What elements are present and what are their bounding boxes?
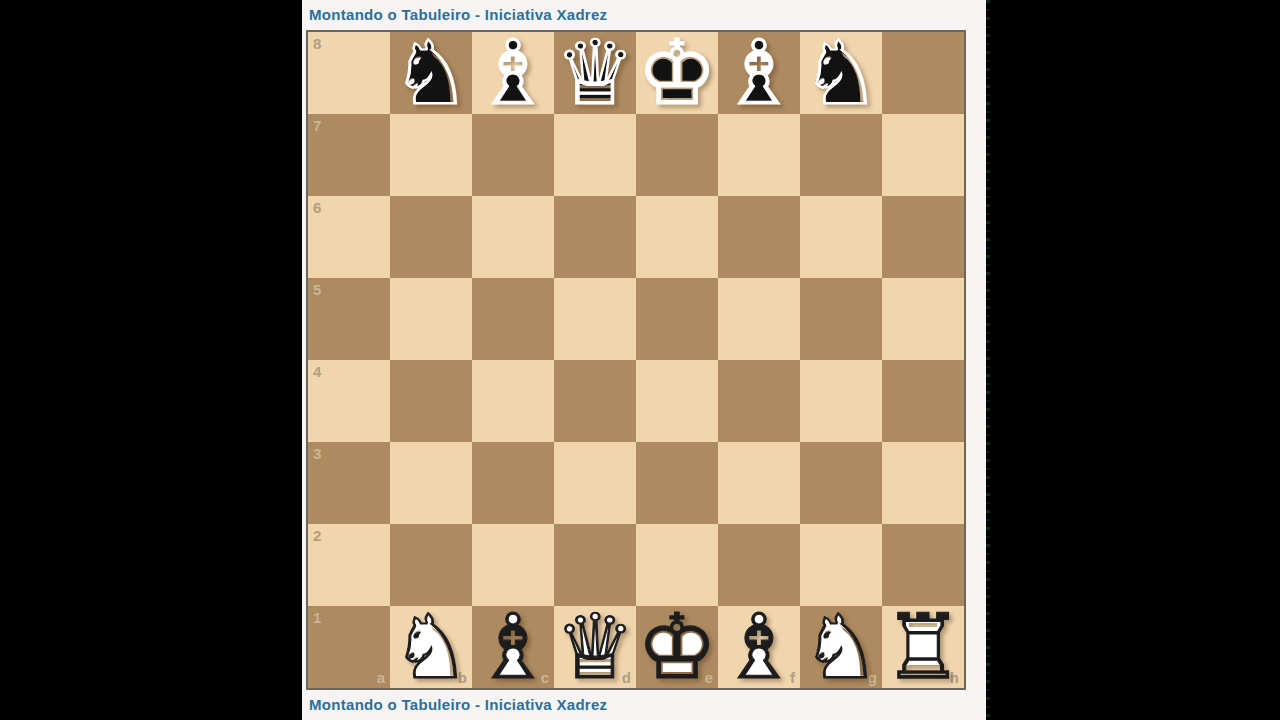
rank-label-5: 5 — [313, 282, 321, 297]
square-f1[interactable]: f♝♗ — [718, 606, 800, 688]
square-c4[interactable] — [472, 360, 554, 442]
rank-label-7: 7 — [313, 118, 321, 133]
square-d8[interactable]: ♛♕ — [554, 32, 636, 114]
square-e7[interactable] — [636, 114, 718, 196]
square-d1[interactable]: d♛♕ — [554, 606, 636, 688]
square-h7[interactable] — [882, 114, 964, 196]
piece-black-queen[interactable]: ♛♕ — [554, 32, 636, 114]
square-h5[interactable] — [882, 278, 964, 360]
piece-white-knight[interactable]: ♞♘ — [800, 606, 882, 688]
video-artifact-strip — [986, 0, 990, 720]
square-d3[interactable] — [554, 442, 636, 524]
square-c8[interactable]: ♝♗ — [472, 32, 554, 114]
piece-black-bishop[interactable]: ♝♗ — [472, 32, 554, 114]
square-b1[interactable]: b♞♘ — [390, 606, 472, 688]
piece-black-bishop[interactable]: ♝♗ — [718, 32, 800, 114]
piece-black-knight[interactable]: ♞♘ — [800, 32, 882, 114]
letterbox-left — [0, 0, 302, 720]
piece-outline-glyph: ♗ — [718, 32, 800, 114]
piece-outline-glyph: ♖ — [882, 606, 964, 688]
square-a5[interactable]: 5 — [308, 278, 390, 360]
square-a4[interactable]: 4 — [308, 360, 390, 442]
square-f7[interactable] — [718, 114, 800, 196]
square-e8[interactable]: ♚♔ — [636, 32, 718, 114]
square-d5[interactable] — [554, 278, 636, 360]
square-c6[interactable] — [472, 196, 554, 278]
square-a2[interactable]: 2 — [308, 524, 390, 606]
square-e4[interactable] — [636, 360, 718, 442]
piece-outline-glyph: ♔ — [636, 32, 718, 114]
rank-label-2: 2 — [313, 528, 321, 543]
square-d4[interactable] — [554, 360, 636, 442]
square-h6[interactable] — [882, 196, 964, 278]
square-c7[interactable] — [472, 114, 554, 196]
square-b5[interactable] — [390, 278, 472, 360]
square-a7[interactable]: 7 — [308, 114, 390, 196]
square-h8[interactable] — [882, 32, 964, 114]
square-b3[interactable] — [390, 442, 472, 524]
piece-outline-glyph: ♘ — [390, 32, 472, 114]
square-a6[interactable]: 6 — [308, 196, 390, 278]
file-label-a: a — [377, 670, 385, 685]
square-f6[interactable] — [718, 196, 800, 278]
square-d7[interactable] — [554, 114, 636, 196]
square-h3[interactable] — [882, 442, 964, 524]
content-area: Montando o Tabuleiro - Iniciativa Xadrez… — [302, 0, 986, 720]
square-e5[interactable] — [636, 278, 718, 360]
piece-outline-glyph: ♕ — [554, 606, 636, 688]
piece-white-king[interactable]: ♚♔ — [636, 606, 718, 688]
square-f5[interactable] — [718, 278, 800, 360]
letterbox-right — [986, 0, 1280, 720]
piece-outline-glyph: ♗ — [472, 606, 554, 688]
square-d6[interactable] — [554, 196, 636, 278]
square-b6[interactable] — [390, 196, 472, 278]
square-g3[interactable] — [800, 442, 882, 524]
piece-white-bishop[interactable]: ♝♗ — [718, 606, 800, 688]
piece-outline-glyph: ♗ — [472, 32, 554, 114]
piece-outline-glyph: ♘ — [800, 32, 882, 114]
square-e3[interactable] — [636, 442, 718, 524]
square-b4[interactable] — [390, 360, 472, 442]
square-f8[interactable]: ♝♗ — [718, 32, 800, 114]
piece-white-bishop[interactable]: ♝♗ — [472, 606, 554, 688]
square-g6[interactable] — [800, 196, 882, 278]
piece-white-queen[interactable]: ♛♕ — [554, 606, 636, 688]
chess-board: 8♞♘♝♗♛♕♚♔♝♗♞♘7654321ab♞♘c♝♗d♛♕e♚♔f♝♗g♞♘h… — [306, 30, 966, 690]
square-c3[interactable] — [472, 442, 554, 524]
piece-outline-glyph: ♔ — [636, 606, 718, 688]
square-g8[interactable]: ♞♘ — [800, 32, 882, 114]
piece-outline-glyph: ♘ — [800, 606, 882, 688]
square-b8[interactable]: ♞♘ — [390, 32, 472, 114]
square-b7[interactable] — [390, 114, 472, 196]
rank-label-6: 6 — [313, 200, 321, 215]
rank-label-1: 1 — [313, 610, 321, 625]
square-a8[interactable]: 8 — [308, 32, 390, 114]
video-frame: Montando o Tabuleiro - Iniciativa Xadrez… — [0, 0, 1280, 720]
square-a1[interactable]: 1a — [308, 606, 390, 688]
square-c5[interactable] — [472, 278, 554, 360]
square-a3[interactable]: 3 — [308, 442, 390, 524]
rank-label-4: 4 — [313, 364, 321, 379]
page-title-bottom: Montando o Tabuleiro - Iniciativa Xadrez — [309, 696, 969, 713]
square-g4[interactable] — [800, 360, 882, 442]
piece-outline-glyph: ♗ — [718, 606, 800, 688]
square-g5[interactable] — [800, 278, 882, 360]
rank-label-3: 3 — [313, 446, 321, 461]
square-h4[interactable] — [882, 360, 964, 442]
piece-black-king[interactable]: ♚♔ — [636, 32, 718, 114]
square-g1[interactable]: g♞♘ — [800, 606, 882, 688]
piece-outline-glyph: ♕ — [554, 32, 636, 114]
square-g7[interactable] — [800, 114, 882, 196]
square-h1[interactable]: h♜♖ — [882, 606, 964, 688]
square-c1[interactable]: c♝♗ — [472, 606, 554, 688]
rank-label-8: 8 — [313, 36, 321, 51]
piece-black-knight[interactable]: ♞♘ — [390, 32, 472, 114]
square-e6[interactable] — [636, 196, 718, 278]
square-f4[interactable] — [718, 360, 800, 442]
square-f3[interactable] — [718, 442, 800, 524]
piece-white-rook[interactable]: ♜♖ — [882, 606, 964, 688]
square-e1[interactable]: e♚♔ — [636, 606, 718, 688]
piece-white-knight[interactable]: ♞♘ — [390, 606, 472, 688]
piece-outline-glyph: ♘ — [390, 606, 472, 688]
